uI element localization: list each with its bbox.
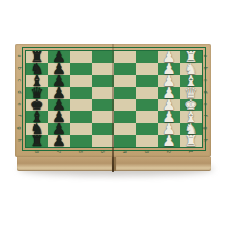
piece-black-pawn[interactable]: ♟ [48,134,70,148]
label-file-left-a: a [14,52,26,60]
square-f4[interactable] [114,111,136,123]
square-g6[interactable] [70,123,92,135]
square-g5[interactable] [92,123,114,135]
label-file-left-e: e [14,100,26,108]
square-f5[interactable] [92,111,114,123]
square-d6[interactable] [70,87,92,99]
square-a3[interactable] [136,51,158,63]
square-f3[interactable] [136,111,158,123]
coordinates-right: abcdefgh [202,50,210,146]
chess-board: ♜♟♟♜♞♟♟♞♝♟♟♝♛♟♟♛♚♟♟♚♝♟♟♝♞♟♟♞♜♟♟♜ [25,50,203,148]
piece-white-pawn[interactable]: ♟ [158,134,180,148]
square-g4[interactable] [114,123,136,135]
label-file-left-d: d [14,88,26,96]
square-f6[interactable] [70,111,92,123]
square-a6[interactable] [70,51,92,63]
square-e3[interactable] [136,99,158,111]
square-b5[interactable] [92,63,114,75]
square-d4[interactable] [114,87,136,99]
square-b6[interactable] [70,63,92,75]
label-file-left-c: c [14,76,26,84]
chess-set-photo: ♜♟♟♜♞♟♟♞♝♟♟♝♛♟♟♛♚♟♟♚♝♟♟♝♞♟♟♞♜♟♟♜ 8765432… [0,0,230,230]
label-file-left-g: g [14,124,26,132]
square-e5[interactable] [92,99,114,111]
coordinates-left: abcdefgh [16,50,24,146]
square-c5[interactable] [92,75,114,87]
square-e6[interactable] [70,99,92,111]
square-c6[interactable] [70,75,92,87]
square-h7[interactable]: ♟ [48,135,70,147]
label-file-left-b: b [14,64,26,72]
square-g3[interactable] [136,123,158,135]
square-h2[interactable]: ♟ [158,135,180,147]
square-a5[interactable] [92,51,114,63]
piece-black-rook[interactable]: ♜ [26,134,48,148]
square-c4[interactable] [114,75,136,87]
box-front-left-half [17,157,112,171]
box-front-right-half [116,157,211,171]
square-a4[interactable] [114,51,136,63]
fold-seam [112,44,114,172]
square-e4[interactable] [114,99,136,111]
square-b4[interactable] [114,63,136,75]
label-file-left-h: h [14,136,26,144]
square-b3[interactable] [136,63,158,75]
square-d5[interactable] [92,87,114,99]
square-d3[interactable] [136,87,158,99]
square-h8[interactable]: ♜ [26,135,48,147]
label-file-left-f: f [14,112,26,120]
square-c3[interactable] [136,75,158,87]
piece-white-rook[interactable]: ♜ [180,134,202,148]
square-h1[interactable]: ♜ [180,135,202,147]
